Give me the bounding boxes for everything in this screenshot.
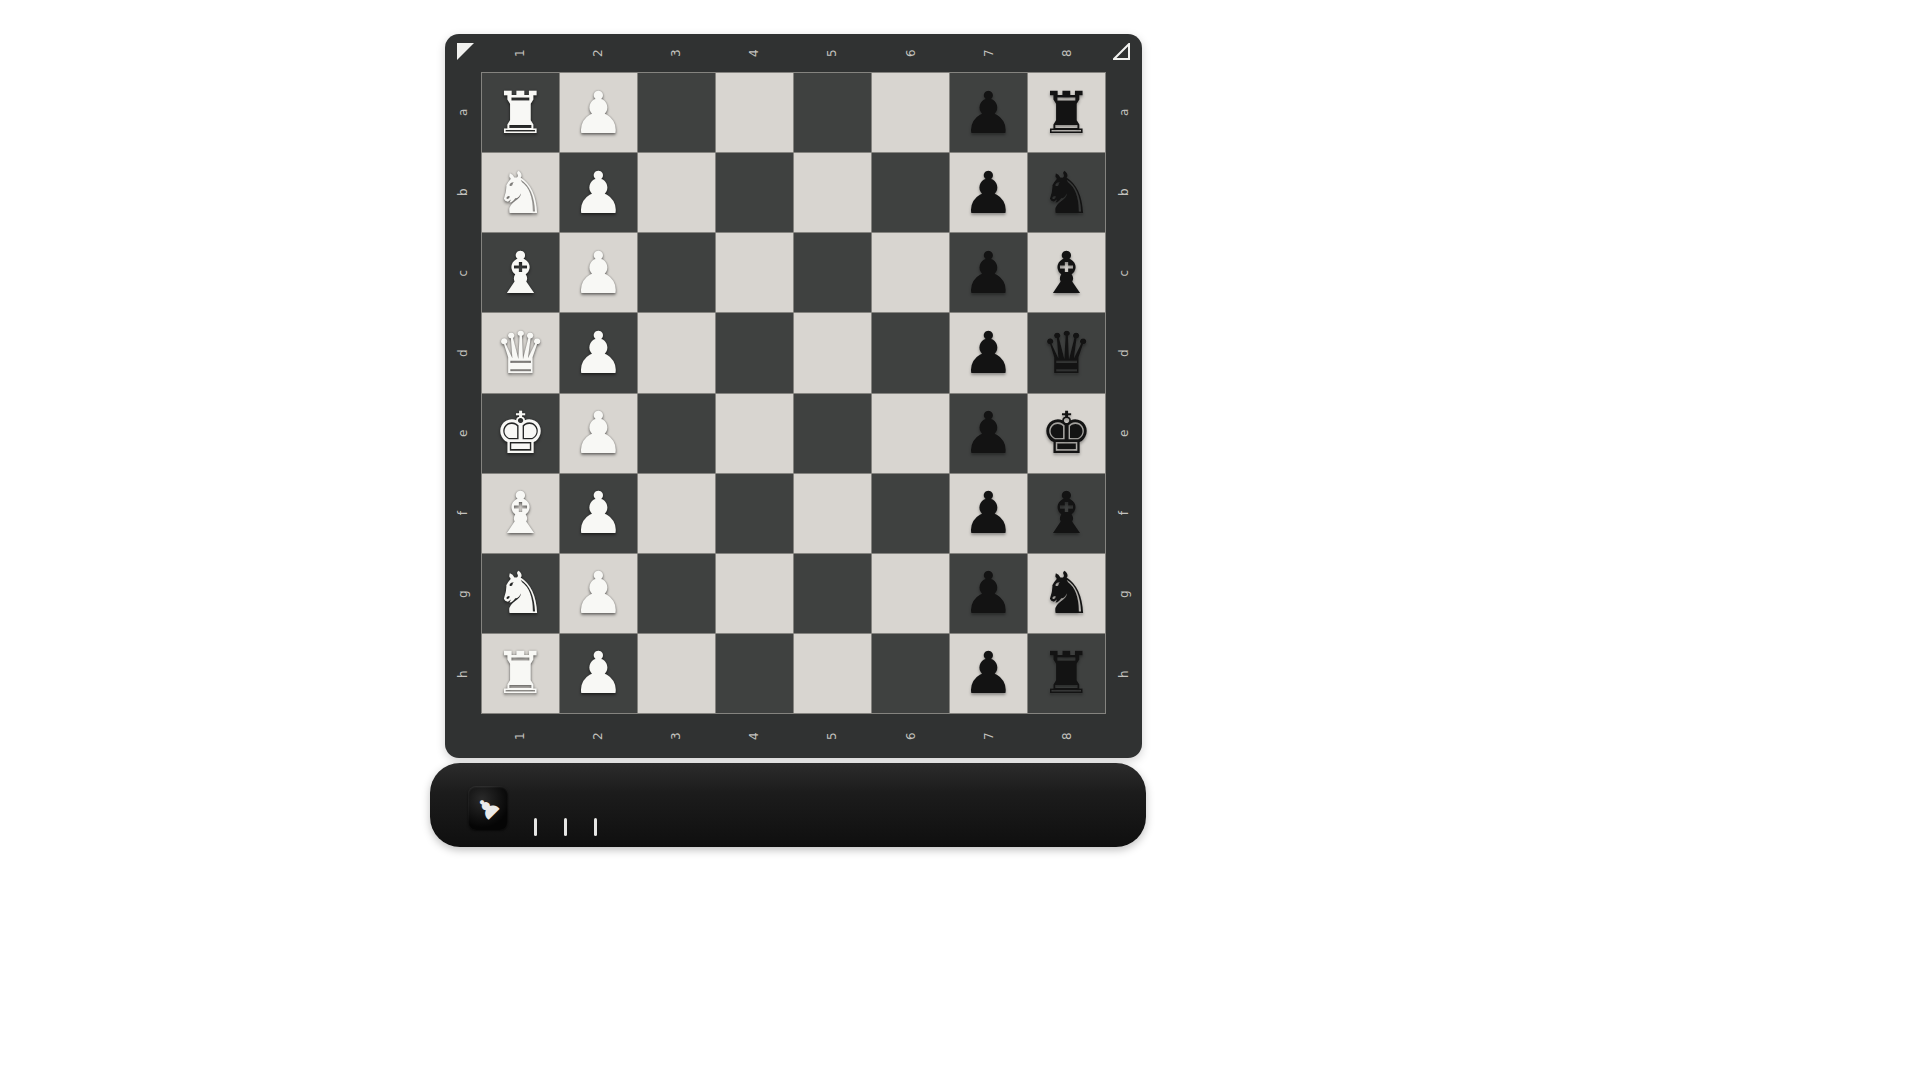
coord-label: 8 <box>1060 49 1074 57</box>
coord-label: 4 <box>747 732 761 740</box>
piece-black-rook[interactable]: ♜ <box>1041 644 1093 702</box>
coord-label: d <box>456 349 470 357</box>
coord-label: 1 <box>513 732 527 740</box>
coord-left-f: f <box>445 473 481 553</box>
coords-right: abcdefgh <box>1106 72 1142 714</box>
coord-right-f: f <box>1106 473 1142 553</box>
coords-left: abcdefgh <box>445 72 481 714</box>
square-d5[interactable] <box>794 313 871 392</box>
square-h1[interactable]: ♜ <box>482 634 559 713</box>
square-f1[interactable]: ♝ <box>482 474 559 553</box>
coord-left-g: g <box>445 554 481 634</box>
square-d3[interactable] <box>638 313 715 392</box>
piece-white-pawn[interactable]: ♟ <box>573 324 625 382</box>
coord-label: g <box>1117 590 1131 598</box>
square-c7[interactable]: ♟ <box>950 233 1027 312</box>
coord-label: e <box>456 429 470 437</box>
coord-right-d: d <box>1106 313 1142 393</box>
square-c8[interactable]: ♝ <box>1028 233 1105 312</box>
chess-board: 12345678 12345678 abcdefgh abcdefgh ♜♟♟♜… <box>445 34 1142 758</box>
coord-label: 1 <box>513 49 527 57</box>
coord-top-6: 6 <box>872 34 950 72</box>
photo-background: 12345678 12345678 abcdefgh abcdefgh ♜♟♟♜… <box>0 0 1920 1080</box>
square-h2[interactable]: ♟ <box>560 634 637 713</box>
coord-label: a <box>456 108 470 116</box>
coord-bottom-3: 3 <box>637 714 715 758</box>
square-a4[interactable] <box>716 73 793 152</box>
square-g7[interactable]: ♟ <box>950 554 1027 633</box>
piece-white-pawn[interactable]: ♟ <box>573 404 625 462</box>
piece-white-pawn[interactable]: ♟ <box>573 84 625 142</box>
coord-label: a <box>1117 108 1131 116</box>
piece-white-king[interactable]: ♚ <box>495 404 547 462</box>
square-b2[interactable]: ♟ <box>560 153 637 232</box>
square-f6[interactable] <box>872 474 949 553</box>
coord-label: c <box>1117 269 1131 276</box>
coord-right-a: a <box>1106 72 1142 152</box>
piece-black-pawn[interactable]: ♟ <box>963 484 1015 542</box>
square-g3[interactable] <box>638 554 715 633</box>
square-e7[interactable]: ♟ <box>950 394 1027 473</box>
chess-piece-logo-icon: ♟ <box>471 791 506 826</box>
coord-label: 2 <box>591 49 605 57</box>
coord-label: 6 <box>904 49 918 57</box>
square-e8[interactable]: ♚ <box>1028 394 1105 473</box>
coord-label: 8 <box>1060 732 1074 740</box>
indicator-tick <box>534 818 537 836</box>
square-g2[interactable]: ♟ <box>560 554 637 633</box>
piece-black-pawn[interactable]: ♟ <box>963 644 1015 702</box>
coord-left-e: e <box>445 393 481 473</box>
square-c4[interactable] <box>716 233 793 312</box>
square-c2[interactable]: ♟ <box>560 233 637 312</box>
coord-right-c: c <box>1106 233 1142 313</box>
square-a7[interactable]: ♟ <box>950 73 1027 152</box>
square-b7[interactable]: ♟ <box>950 153 1027 232</box>
piece-black-bishop[interactable]: ♝ <box>1041 244 1093 302</box>
square-f5[interactable] <box>794 474 871 553</box>
coord-label: b <box>456 188 470 196</box>
square-d8[interactable]: ♛ <box>1028 313 1105 392</box>
square-a6[interactable] <box>872 73 949 152</box>
piece-white-pawn[interactable]: ♟ <box>573 564 625 622</box>
coord-right-h: h <box>1106 634 1142 714</box>
piece-white-rook[interactable]: ♜ <box>495 644 547 702</box>
piece-black-queen[interactable]: ♛ <box>1041 324 1093 382</box>
square-g4[interactable] <box>716 554 793 633</box>
coord-label: h <box>456 670 470 678</box>
piece-white-pawn[interactable]: ♟ <box>573 164 625 222</box>
indicator-tick <box>564 818 567 836</box>
coord-top-8: 8 <box>1028 34 1106 72</box>
square-c6[interactable] <box>872 233 949 312</box>
coord-label: 3 <box>669 49 683 57</box>
square-c1[interactable]: ♝ <box>482 233 559 312</box>
square-b5[interactable] <box>794 153 871 232</box>
coord-left-d: d <box>445 313 481 393</box>
piece-black-king[interactable]: ♚ <box>1041 404 1093 462</box>
square-d1[interactable]: ♛ <box>482 313 559 392</box>
square-b8[interactable]: ♞ <box>1028 153 1105 232</box>
square-h4[interactable] <box>716 634 793 713</box>
square-b4[interactable] <box>716 153 793 232</box>
coord-label: 4 <box>747 49 761 57</box>
square-a2[interactable]: ♟ <box>560 73 637 152</box>
square-g5[interactable] <box>794 554 871 633</box>
coord-label: h <box>1117 670 1131 678</box>
square-e2[interactable]: ♟ <box>560 394 637 473</box>
square-e6[interactable] <box>872 394 949 473</box>
square-f8[interactable]: ♝ <box>1028 474 1105 553</box>
square-g8[interactable]: ♞ <box>1028 554 1105 633</box>
square-h5[interactable] <box>794 634 871 713</box>
coord-label: 3 <box>669 732 683 740</box>
square-e1[interactable]: ♚ <box>482 394 559 473</box>
piece-white-queen[interactable]: ♛ <box>495 324 547 382</box>
base-tray: ♟ <box>430 763 1146 847</box>
square-a3[interactable] <box>638 73 715 152</box>
piece-black-knight[interactable]: ♞ <box>1041 164 1093 222</box>
square-g6[interactable] <box>872 554 949 633</box>
piece-black-pawn[interactable]: ♟ <box>963 324 1015 382</box>
coord-label: g <box>456 590 470 598</box>
piece-white-pawn[interactable]: ♟ <box>573 484 625 542</box>
coord-label: e <box>1117 429 1131 437</box>
coord-top-4: 4 <box>715 34 793 72</box>
square-b3[interactable] <box>638 153 715 232</box>
coord-label: 7 <box>982 49 996 57</box>
square-g1[interactable]: ♞ <box>482 554 559 633</box>
square-d2[interactable]: ♟ <box>560 313 637 392</box>
piece-white-bishop[interactable]: ♝ <box>495 484 547 542</box>
coord-bottom-2: 2 <box>559 714 637 758</box>
coord-top-1: 1 <box>481 34 559 72</box>
piece-white-bishop[interactable]: ♝ <box>495 244 547 302</box>
square-h8[interactable]: ♜ <box>1028 634 1105 713</box>
coord-label: 5 <box>826 732 840 740</box>
coord-top-7: 7 <box>950 34 1028 72</box>
corner-marker-top-left-icon <box>457 43 474 60</box>
coord-bottom-7: 7 <box>950 714 1028 758</box>
brand-badge: ♟ <box>468 786 508 830</box>
coord-label: c <box>456 269 470 276</box>
square-h3[interactable] <box>638 634 715 713</box>
square-e3[interactable] <box>638 394 715 473</box>
piece-black-pawn[interactable]: ♟ <box>963 84 1015 142</box>
square-f7[interactable]: ♟ <box>950 474 1027 553</box>
piece-white-knight[interactable]: ♞ <box>495 164 547 222</box>
piece-black-knight[interactable]: ♞ <box>1041 564 1093 622</box>
piece-white-pawn[interactable]: ♟ <box>573 644 625 702</box>
square-a5[interactable] <box>794 73 871 152</box>
coord-bottom-8: 8 <box>1028 714 1106 758</box>
coord-label: f <box>456 511 470 516</box>
coord-label: f <box>1117 511 1131 516</box>
piece-black-pawn[interactable]: ♟ <box>963 404 1015 462</box>
square-c3[interactable] <box>638 233 715 312</box>
coord-right-g: g <box>1106 554 1142 634</box>
coord-right-b: b <box>1106 152 1142 232</box>
square-e4[interactable] <box>716 394 793 473</box>
coord-label: 2 <box>591 732 605 740</box>
square-b6[interactable] <box>872 153 949 232</box>
piece-black-bishop[interactable]: ♝ <box>1041 484 1093 542</box>
coord-left-b: b <box>445 152 481 232</box>
coord-label: d <box>1117 349 1131 357</box>
piece-black-pawn[interactable]: ♟ <box>963 244 1015 302</box>
square-a8[interactable]: ♜ <box>1028 73 1105 152</box>
indicator-ticks <box>534 818 597 836</box>
coord-left-c: c <box>445 233 481 313</box>
coord-left-h: h <box>445 634 481 714</box>
corner-marker-top-right-icon <box>1113 43 1130 60</box>
piece-black-pawn[interactable]: ♟ <box>963 164 1015 222</box>
coord-label: b <box>1117 188 1131 196</box>
indicator-tick <box>594 818 597 836</box>
coords-bottom: 12345678 <box>481 714 1106 758</box>
coord-label: 5 <box>826 49 840 57</box>
square-e5[interactable] <box>794 394 871 473</box>
board-grid: ♜♟♟♜♞♟♟♞♝♟♟♝♛♟♟♛♚♟♟♚♝♟♟♝♞♟♟♞♜♟♟♜ <box>481 72 1106 714</box>
piece-black-rook[interactable]: ♜ <box>1041 84 1093 142</box>
coord-bottom-5: 5 <box>794 714 872 758</box>
piece-white-rook[interactable]: ♜ <box>495 84 547 142</box>
square-d7[interactable]: ♟ <box>950 313 1027 392</box>
square-d4[interactable] <box>716 313 793 392</box>
piece-black-pawn[interactable]: ♟ <box>963 564 1015 622</box>
coord-bottom-1: 1 <box>481 714 559 758</box>
coord-label: 6 <box>904 732 918 740</box>
coord-top-3: 3 <box>637 34 715 72</box>
square-h7[interactable]: ♟ <box>950 634 1027 713</box>
coord-left-a: a <box>445 72 481 152</box>
coords-top: 12345678 <box>481 34 1106 72</box>
piece-white-knight[interactable]: ♞ <box>495 564 547 622</box>
coord-top-5: 5 <box>794 34 872 72</box>
coord-label: 7 <box>982 732 996 740</box>
square-f3[interactable] <box>638 474 715 553</box>
coord-bottom-4: 4 <box>715 714 793 758</box>
square-a1[interactable]: ♜ <box>482 73 559 152</box>
coord-bottom-6: 6 <box>872 714 950 758</box>
square-d6[interactable] <box>872 313 949 392</box>
square-c5[interactable] <box>794 233 871 312</box>
square-f4[interactable] <box>716 474 793 553</box>
square-f2[interactable]: ♟ <box>560 474 637 553</box>
coord-top-2: 2 <box>559 34 637 72</box>
coord-right-e: e <box>1106 393 1142 473</box>
square-b1[interactable]: ♞ <box>482 153 559 232</box>
square-h6[interactable] <box>872 634 949 713</box>
piece-white-pawn[interactable]: ♟ <box>573 244 625 302</box>
